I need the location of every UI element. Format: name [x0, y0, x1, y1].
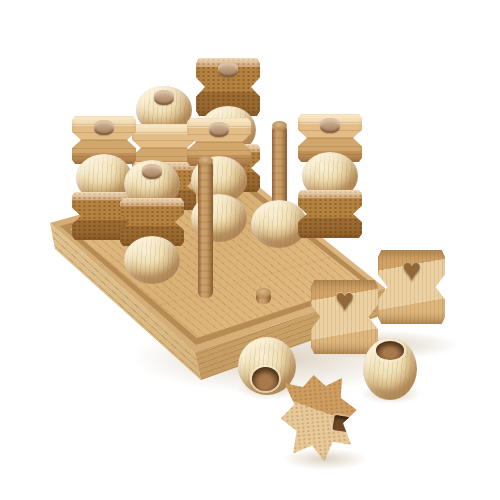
bead-hole — [376, 341, 404, 360]
peg-cap — [209, 122, 229, 137]
piece-x[interactable] — [298, 190, 362, 238]
peg-stack-r2c2[interactable] — [295, 118, 365, 238]
bead-hole — [252, 367, 279, 391]
peg — [198, 158, 213, 298]
peg-cap — [320, 118, 340, 133]
peg-cap — [94, 120, 114, 135]
peg — [256, 290, 271, 304]
heart-hole-icon: ♥ — [335, 285, 354, 315]
loose-x-block-1[interactable]: ♥ — [311, 280, 378, 354]
peg-cap — [142, 164, 162, 179]
peg-stack-r2c0[interactable] — [170, 158, 240, 298]
peg-cap — [154, 90, 174, 105]
heart-hole-icon: ♥ — [402, 255, 421, 285]
peg-hole — [332, 415, 349, 432]
product-photo-scene: ♥ — [0, 0, 500, 500]
loose-x-block-2[interactable]: ♥ — [378, 250, 445, 324]
peg-cap — [218, 62, 238, 77]
loose-o-bead-2[interactable] — [363, 338, 417, 400]
